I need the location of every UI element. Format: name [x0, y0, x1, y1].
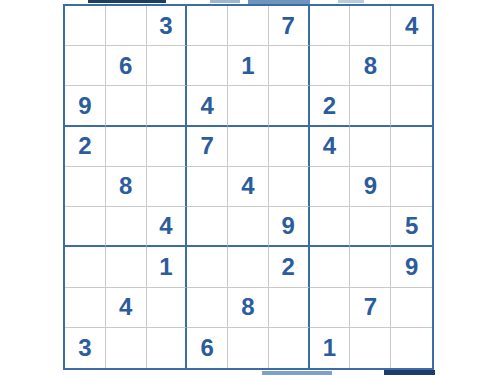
- cell-r4c6[interactable]: [269, 127, 310, 167]
- cell-r8c6[interactable]: [269, 288, 310, 328]
- cell-r1c7[interactable]: [310, 6, 351, 46]
- cell-r7c5[interactable]: [228, 247, 269, 287]
- cropped-content-artifact-top-2: [210, 0, 240, 3]
- cropped-content-artifact-bottom-1: [262, 371, 332, 375]
- cell-r9c3[interactable]: [147, 328, 188, 368]
- cell-r1c8[interactable]: [350, 6, 391, 46]
- cell-r6c8[interactable]: [350, 207, 391, 247]
- cell-r9c9[interactable]: [391, 328, 432, 368]
- sudoku-board: 374618942274849495129487361: [63, 4, 434, 370]
- cell-r6c4[interactable]: [187, 207, 228, 247]
- cell-r5c4[interactable]: [187, 167, 228, 207]
- cell-r8c5[interactable]: 8: [228, 288, 269, 328]
- cell-r3c7[interactable]: 2: [310, 86, 351, 126]
- cell-r4c4[interactable]: 7: [187, 127, 228, 167]
- cell-r2c6[interactable]: [269, 46, 310, 86]
- cropped-content-artifact-top-4: [338, 0, 364, 3]
- cell-r4c7[interactable]: 4: [310, 127, 351, 167]
- cell-r1c3[interactable]: 3: [147, 6, 188, 46]
- cell-r5c8[interactable]: 9: [350, 167, 391, 207]
- cell-r9c4[interactable]: 6: [187, 328, 228, 368]
- cell-r2c5[interactable]: 1: [228, 46, 269, 86]
- cell-r7c1[interactable]: [65, 247, 106, 287]
- cell-r7c4[interactable]: [187, 247, 228, 287]
- cell-r3c9[interactable]: [391, 86, 432, 126]
- cell-r1c2[interactable]: [106, 6, 147, 46]
- cell-r3c2[interactable]: [106, 86, 147, 126]
- cell-r9c2[interactable]: [106, 328, 147, 368]
- cell-r6c5[interactable]: [228, 207, 269, 247]
- cell-r1c9[interactable]: 4: [391, 6, 432, 46]
- cropped-content-artifact-bottom-2: [384, 370, 435, 375]
- cell-r5c7[interactable]: [310, 167, 351, 207]
- cell-r4c9[interactable]: [391, 127, 432, 167]
- cropped-content-artifact-top-1: [88, 0, 166, 3]
- cell-r4c3[interactable]: [147, 127, 188, 167]
- cell-r5c9[interactable]: [391, 167, 432, 207]
- cell-r5c6[interactable]: [269, 167, 310, 207]
- cell-r3c6[interactable]: [269, 86, 310, 126]
- cell-r5c5[interactable]: 4: [228, 167, 269, 207]
- cell-r4c1[interactable]: 2: [65, 127, 106, 167]
- cell-r8c3[interactable]: [147, 288, 188, 328]
- cell-r7c8[interactable]: [350, 247, 391, 287]
- cell-r1c5[interactable]: [228, 6, 269, 46]
- cell-r3c3[interactable]: [147, 86, 188, 126]
- cell-r3c1[interactable]: 9: [65, 86, 106, 126]
- cell-r2c2[interactable]: 6: [106, 46, 147, 86]
- cell-r6c1[interactable]: [65, 207, 106, 247]
- cell-r3c4[interactable]: 4: [187, 86, 228, 126]
- cell-r2c1[interactable]: [65, 46, 106, 86]
- cell-r6c3[interactable]: 4: [147, 207, 188, 247]
- cell-r5c3[interactable]: [147, 167, 188, 207]
- cell-r6c6[interactable]: 9: [269, 207, 310, 247]
- cell-r1c6[interactable]: 7: [269, 6, 310, 46]
- cell-r8c2[interactable]: 4: [106, 288, 147, 328]
- cell-r7c6[interactable]: 2: [269, 247, 310, 287]
- cell-r8c7[interactable]: [310, 288, 351, 328]
- cell-r6c9[interactable]: 5: [391, 207, 432, 247]
- cell-r3c5[interactable]: [228, 86, 269, 126]
- cell-r3c8[interactable]: [350, 86, 391, 126]
- cell-r9c5[interactable]: [228, 328, 269, 368]
- cell-r8c9[interactable]: [391, 288, 432, 328]
- cell-r1c1[interactable]: [65, 6, 106, 46]
- cell-r7c3[interactable]: 1: [147, 247, 188, 287]
- cell-r8c8[interactable]: 7: [350, 288, 391, 328]
- cell-r7c9[interactable]: 9: [391, 247, 432, 287]
- cell-r2c4[interactable]: [187, 46, 228, 86]
- cell-r6c7[interactable]: [310, 207, 351, 247]
- cell-r4c8[interactable]: [350, 127, 391, 167]
- cell-r2c3[interactable]: [147, 46, 188, 86]
- cell-r9c8[interactable]: [350, 328, 391, 368]
- sudoku-page: 374618942274849495129487361: [0, 0, 500, 375]
- cell-r7c2[interactable]: [106, 247, 147, 287]
- cell-r5c2[interactable]: 8: [106, 167, 147, 207]
- cell-r2c8[interactable]: 8: [350, 46, 391, 86]
- cell-r8c1[interactable]: [65, 288, 106, 328]
- cell-r5c1[interactable]: [65, 167, 106, 207]
- cell-r2c7[interactable]: [310, 46, 351, 86]
- cell-r9c1[interactable]: 3: [65, 328, 106, 368]
- cell-r8c4[interactable]: [187, 288, 228, 328]
- cell-r2c9[interactable]: [391, 46, 432, 86]
- cell-r7c7[interactable]: [310, 247, 351, 287]
- cell-r9c6[interactable]: [269, 328, 310, 368]
- cell-r1c4[interactable]: [187, 6, 228, 46]
- cell-r9c7[interactable]: 1: [310, 328, 351, 368]
- cell-r6c2[interactable]: [106, 207, 147, 247]
- cropped-content-artifact-top-3: [248, 0, 310, 4]
- cell-r4c2[interactable]: [106, 127, 147, 167]
- cell-r4c5[interactable]: [228, 127, 269, 167]
